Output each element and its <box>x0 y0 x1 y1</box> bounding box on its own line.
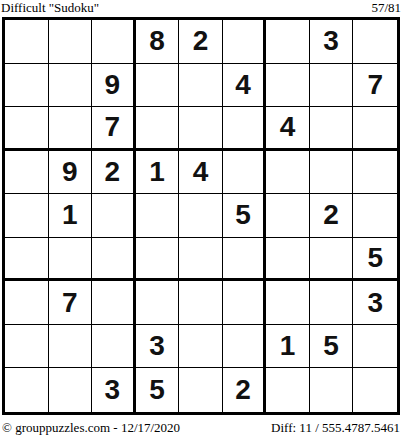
cell-r3c9[interactable] <box>353 107 397 151</box>
cell-r3c5[interactable] <box>179 107 223 151</box>
cell-r2c6[interactable]: 4 <box>223 64 267 108</box>
cell-r4c7[interactable] <box>266 151 310 195</box>
cell-r7c9[interactable]: 3 <box>353 281 397 325</box>
cell-r4c4[interactable]: 1 <box>136 151 180 195</box>
cell-r1c5[interactable]: 2 <box>179 20 223 64</box>
cell-r7c3[interactable] <box>92 281 136 325</box>
cell-r9c5[interactable] <box>179 368 223 412</box>
sudoku-board: 823947749214152573315352 <box>2 17 400 415</box>
cell-r9c6[interactable]: 2 <box>223 368 267 412</box>
cell-r6c1[interactable] <box>5 238 49 282</box>
cell-r2c5[interactable] <box>179 64 223 108</box>
cell-r6c6[interactable] <box>223 238 267 282</box>
cell-r4c6[interactable] <box>223 151 267 195</box>
cell-r1c4[interactable]: 8 <box>136 20 180 64</box>
cell-r7c7[interactable] <box>266 281 310 325</box>
cell-r2c1[interactable] <box>5 64 49 108</box>
cell-r8c9[interactable] <box>353 325 397 369</box>
cell-r5c6[interactable]: 5 <box>223 194 267 238</box>
cell-r4c5[interactable]: 4 <box>179 151 223 195</box>
cell-r9c9[interactable] <box>353 368 397 412</box>
cell-r5c4[interactable] <box>136 194 180 238</box>
cell-r8c2[interactable] <box>49 325 93 369</box>
cell-r1c7[interactable] <box>266 20 310 64</box>
cell-r8c8[interactable]: 5 <box>310 325 354 369</box>
cell-r3c4[interactable] <box>136 107 180 151</box>
cell-r1c9[interactable] <box>353 20 397 64</box>
cell-r2c7[interactable] <box>266 64 310 108</box>
cell-r5c2[interactable]: 1 <box>49 194 93 238</box>
cell-r4c8[interactable] <box>310 151 354 195</box>
cell-r5c9[interactable] <box>353 194 397 238</box>
cell-r8c6[interactable] <box>223 325 267 369</box>
cell-r7c4[interactable] <box>136 281 180 325</box>
cell-r7c2[interactable]: 7 <box>49 281 93 325</box>
cell-r8c7[interactable]: 1 <box>266 325 310 369</box>
cell-r6c8[interactable] <box>310 238 354 282</box>
cell-r6c5[interactable] <box>179 238 223 282</box>
cell-r8c3[interactable] <box>92 325 136 369</box>
cell-r9c4[interactable]: 5 <box>136 368 180 412</box>
cell-r8c4[interactable]: 3 <box>136 325 180 369</box>
cell-r5c5[interactable] <box>179 194 223 238</box>
cell-r5c8[interactable]: 2 <box>310 194 354 238</box>
puzzle-title: Difficult "Sudoku" <box>1 0 99 15</box>
cell-r9c8[interactable] <box>310 368 354 412</box>
cell-r6c2[interactable] <box>49 238 93 282</box>
cell-r7c8[interactable] <box>310 281 354 325</box>
cell-r3c7[interactable]: 4 <box>266 107 310 151</box>
cell-r6c4[interactable] <box>136 238 180 282</box>
cell-r5c1[interactable] <box>5 194 49 238</box>
sudoku-page: Difficult "Sudoku" 57/81 823947749214152… <box>0 0 402 437</box>
cell-r7c1[interactable] <box>5 281 49 325</box>
cell-r9c3[interactable]: 3 <box>92 368 136 412</box>
empty-cell-counter: 57/81 <box>371 0 401 15</box>
cell-r2c4[interactable] <box>136 64 180 108</box>
cell-r1c2[interactable] <box>49 20 93 64</box>
cell-r3c3[interactable]: 7 <box>92 107 136 151</box>
cell-r2c9[interactable]: 7 <box>353 64 397 108</box>
cell-r8c5[interactable] <box>179 325 223 369</box>
cell-r4c9[interactable] <box>353 151 397 195</box>
cell-r1c8[interactable]: 3 <box>310 20 354 64</box>
cell-r8c1[interactable] <box>5 325 49 369</box>
cell-r3c2[interactable] <box>49 107 93 151</box>
cell-r1c3[interactable] <box>92 20 136 64</box>
cell-r7c6[interactable] <box>223 281 267 325</box>
difficulty-text: Diff: 11 / 555.4787.5461 <box>271 420 400 435</box>
cell-r6c3[interactable] <box>92 238 136 282</box>
cell-r4c2[interactable]: 9 <box>49 151 93 195</box>
cell-r3c1[interactable] <box>5 107 49 151</box>
cell-r9c7[interactable] <box>266 368 310 412</box>
sudoku-board-wrap: 823947749214152573315352 <box>2 17 400 415</box>
cell-r4c3[interactable]: 2 <box>92 151 136 195</box>
cell-r1c6[interactable] <box>223 20 267 64</box>
copyright-text: © grouppuzzles.com - 12/17/2020 <box>2 420 180 435</box>
cell-r7c5[interactable] <box>179 281 223 325</box>
cell-r5c7[interactable] <box>266 194 310 238</box>
cell-r3c6[interactable] <box>223 107 267 151</box>
cell-r5c3[interactable] <box>92 194 136 238</box>
cell-r4c1[interactable] <box>5 151 49 195</box>
cell-r2c2[interactable] <box>49 64 93 108</box>
page-footer: © grouppuzzles.com - 12/17/2020 Diff: 11… <box>0 420 402 435</box>
page-header: Difficult "Sudoku" 57/81 <box>0 0 402 17</box>
cell-r2c8[interactable] <box>310 64 354 108</box>
cell-r2c3[interactable]: 9 <box>92 64 136 108</box>
cell-r1c1[interactable] <box>5 20 49 64</box>
cell-r9c1[interactable] <box>5 368 49 412</box>
cell-r9c2[interactable] <box>49 368 93 412</box>
cell-r6c9[interactable]: 5 <box>353 238 397 282</box>
cell-r6c7[interactable] <box>266 238 310 282</box>
cell-r3c8[interactable] <box>310 107 354 151</box>
